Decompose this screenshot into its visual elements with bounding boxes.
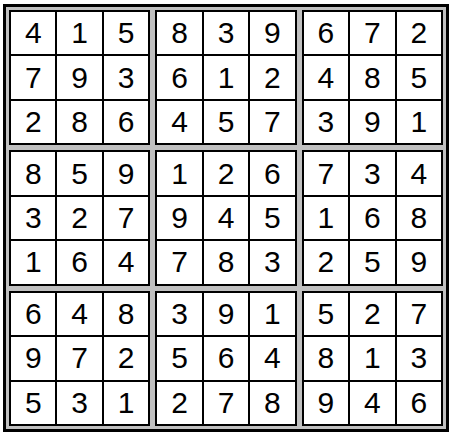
sudoku-cell-r2c1: 7 [11,56,55,98]
sudoku-cell-r3c5: 5 [204,101,248,143]
sudoku-cell-r1c7: 6 [304,12,348,54]
sudoku-box-r2c2: 1 2 6 9 4 5 7 8 3 [155,150,296,285]
sudoku-cell-r9c1: 5 [11,382,55,424]
sudoku-cell-r2c5: 1 [204,56,248,98]
sudoku-cell-r8c2: 7 [57,337,101,379]
sudoku-cell-r4c5: 2 [204,152,248,194]
sudoku-cell-r4c4: 1 [157,152,201,194]
sudoku-cell-r8c9: 3 [397,337,441,379]
sudoku-cell-r8c8: 1 [350,337,394,379]
sudoku-cell-r8c1: 9 [11,337,55,379]
sudoku-box-r1c2: 8 3 9 6 1 2 4 5 7 [155,10,296,145]
sudoku-box-r1c3: 6 7 2 4 8 5 3 9 1 [302,10,443,145]
sudoku-cell-r4c7: 7 [304,152,348,194]
sudoku-cell-r7c1: 6 [11,293,55,335]
sudoku-cell-r5c1: 3 [11,197,55,239]
sudoku-cell-r9c9: 6 [397,382,441,424]
sudoku-cell-r6c2: 6 [57,241,101,283]
sudoku-cell-r1c6: 9 [250,12,294,54]
sudoku-cell-r5c9: 8 [397,197,441,239]
sudoku-cell-r3c3: 6 [104,101,148,143]
sudoku-box-r3c1: 6 4 8 9 7 2 5 3 1 [9,291,150,426]
sudoku-cell-r5c2: 2 [57,197,101,239]
page: 4 1 5 7 9 3 2 8 6 8 3 9 6 1 2 4 5 7 6 7 … [0,0,453,437]
sudoku-cell-r7c9: 7 [397,293,441,335]
sudoku-cell-r1c5: 3 [204,12,248,54]
sudoku-cell-r6c6: 3 [250,241,294,283]
sudoku-cell-r5c7: 1 [304,197,348,239]
sudoku-cell-r1c4: 8 [157,12,201,54]
sudoku-cell-r9c7: 9 [304,382,348,424]
sudoku-cell-r2c6: 2 [250,56,294,98]
sudoku-cell-r4c1: 8 [11,152,55,194]
sudoku-cell-r7c5: 9 [204,293,248,335]
sudoku-cell-r6c5: 8 [204,241,248,283]
sudoku-cell-r2c8: 8 [350,56,394,98]
sudoku-cell-r4c2: 5 [57,152,101,194]
sudoku-cell-r1c1: 4 [11,12,55,54]
sudoku-board: 4 1 5 7 9 3 2 8 6 8 3 9 6 1 2 4 5 7 6 7 … [3,4,449,432]
sudoku-cell-r3c2: 8 [57,101,101,143]
sudoku-cell-r3c6: 7 [250,101,294,143]
sudoku-cell-r3c1: 2 [11,101,55,143]
sudoku-cell-r7c8: 2 [350,293,394,335]
sudoku-cell-r2c7: 4 [304,56,348,98]
sudoku-cell-r2c3: 3 [104,56,148,98]
sudoku-cell-r7c3: 8 [104,293,148,335]
sudoku-cell-r8c3: 2 [104,337,148,379]
sudoku-box-r1c1: 4 1 5 7 9 3 2 8 6 [9,10,150,145]
sudoku-cell-r7c6: 1 [250,293,294,335]
sudoku-cell-r8c4: 5 [157,337,201,379]
sudoku-cell-r5c5: 4 [204,197,248,239]
sudoku-box-r3c2: 3 9 1 5 6 4 2 7 8 [155,291,296,426]
sudoku-box-r3c3: 5 2 7 8 1 3 9 4 6 [302,291,443,426]
sudoku-cell-r8c6: 4 [250,337,294,379]
sudoku-box-r2c1: 8 5 9 3 2 7 1 6 4 [9,150,150,285]
sudoku-cell-r1c9: 2 [397,12,441,54]
sudoku-cell-r9c3: 1 [104,382,148,424]
sudoku-cell-r5c8: 6 [350,197,394,239]
sudoku-cell-r7c4: 3 [157,293,201,335]
sudoku-cell-r1c3: 5 [104,12,148,54]
sudoku-cell-r6c3: 4 [104,241,148,283]
sudoku-cell-r7c7: 5 [304,293,348,335]
sudoku-cell-r6c1: 1 [11,241,55,283]
sudoku-cell-r2c4: 6 [157,56,201,98]
sudoku-cell-r2c9: 5 [397,56,441,98]
sudoku-cell-r9c5: 7 [204,382,248,424]
sudoku-cell-r7c2: 4 [57,293,101,335]
sudoku-cell-r3c4: 4 [157,101,201,143]
sudoku-cell-r4c8: 3 [350,152,394,194]
sudoku-cell-r8c5: 6 [204,337,248,379]
sudoku-cell-r1c8: 7 [350,12,394,54]
sudoku-cell-r6c4: 7 [157,241,201,283]
sudoku-cell-r4c9: 4 [397,152,441,194]
sudoku-cell-r5c3: 7 [104,197,148,239]
sudoku-cell-r2c2: 9 [57,56,101,98]
sudoku-cell-r3c8: 9 [350,101,394,143]
sudoku-cell-r9c8: 4 [350,382,394,424]
sudoku-cell-r8c7: 8 [304,337,348,379]
sudoku-cell-r6c9: 9 [397,241,441,283]
sudoku-cell-r6c7: 2 [304,241,348,283]
sudoku-box-r2c3: 7 3 4 1 6 8 2 5 9 [302,150,443,285]
sudoku-cell-r1c2: 1 [57,12,101,54]
sudoku-cell-r5c4: 9 [157,197,201,239]
sudoku-cell-r4c6: 6 [250,152,294,194]
sudoku-cell-r5c6: 5 [250,197,294,239]
sudoku-cell-r3c9: 1 [397,101,441,143]
sudoku-cell-r3c7: 3 [304,101,348,143]
sudoku-cell-r4c3: 9 [104,152,148,194]
sudoku-cell-r9c6: 8 [250,382,294,424]
sudoku-cell-r6c8: 5 [350,241,394,283]
sudoku-cell-r9c4: 2 [157,382,201,424]
sudoku-cell-r9c2: 3 [57,382,101,424]
